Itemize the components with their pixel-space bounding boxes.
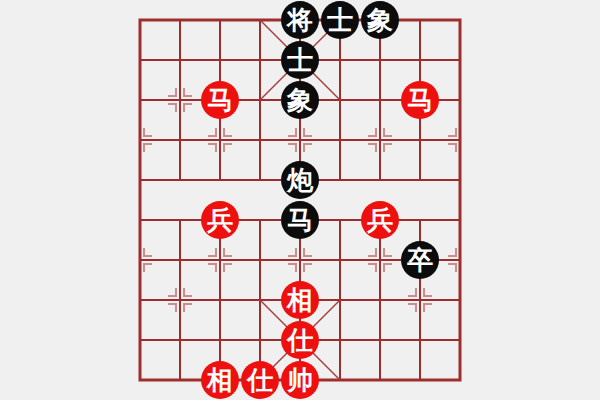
red-pawn-piece[interactable]: 兵 [201,201,239,239]
xiangqi-board[interactable]: 将士象士马象马炮兵马兵卒相仕相仕帅 [140,20,460,380]
black-elephant-piece[interactable]: 象 [361,1,399,39]
red-horse-piece[interactable]: 马 [401,81,439,119]
red-advisor-piece[interactable]: 仕 [281,321,319,359]
red-elephant-piece[interactable]: 相 [201,361,239,399]
black-advisor-piece[interactable]: 士 [321,1,359,39]
xiangqi-app-canvas: 将士象士马象马炮兵马兵卒相仕相仕帅 [0,0,600,400]
black-horse-piece[interactable]: 马 [281,201,319,239]
black-advisor-piece[interactable]: 士 [281,41,319,79]
red-elephant-piece[interactable]: 相 [281,281,319,319]
black-elephant-piece[interactable]: 象 [281,81,319,119]
red-advisor-piece[interactable]: 仕 [241,361,279,399]
red-horse-piece[interactable]: 马 [201,81,239,119]
black-cannon-piece[interactable]: 炮 [281,161,319,199]
red-general-piece[interactable]: 帅 [281,361,319,399]
red-pawn-piece[interactable]: 兵 [361,201,399,239]
black-general-piece[interactable]: 将 [281,1,319,39]
black-pawn-piece[interactable]: 卒 [401,241,439,279]
